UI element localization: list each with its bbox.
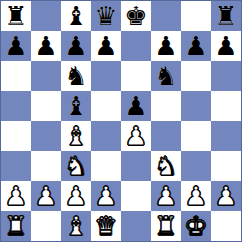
square-a5[interactable] xyxy=(1,91,31,121)
piece-black-pawn[interactable]: ♟ xyxy=(34,31,57,61)
chess-board: ♜♝♛♚♜♟♟♟♟♟♟♟♞♞♝♟♝♟♞♞♟♟♟♟♟♟♟♜♝♛♜♚ xyxy=(0,0,242,242)
square-e4[interactable]: ♟ xyxy=(121,121,151,151)
square-g1[interactable]: ♚ xyxy=(181,211,211,241)
square-d3[interactable] xyxy=(91,151,121,181)
square-h4[interactable] xyxy=(211,121,241,151)
square-g3[interactable] xyxy=(181,151,211,181)
square-d2[interactable]: ♟ xyxy=(91,181,121,211)
piece-white-pawn[interactable]: ♟ xyxy=(154,181,177,211)
piece-black-rook[interactable]: ♜ xyxy=(4,1,27,31)
square-a6[interactable] xyxy=(1,61,31,91)
square-e2[interactable] xyxy=(121,181,151,211)
square-g2[interactable]: ♟ xyxy=(181,181,211,211)
square-d4[interactable] xyxy=(91,121,121,151)
piece-white-queen[interactable]: ♛ xyxy=(94,211,117,241)
piece-white-rook[interactable]: ♜ xyxy=(154,211,177,241)
piece-black-rook[interactable]: ♜ xyxy=(214,1,237,31)
square-b4[interactable] xyxy=(31,121,61,151)
square-d6[interactable] xyxy=(91,61,121,91)
square-d1[interactable]: ♛ xyxy=(91,211,121,241)
square-b7[interactable]: ♟ xyxy=(31,31,61,61)
square-f5[interactable] xyxy=(151,91,181,121)
square-d8[interactable]: ♛ xyxy=(91,1,121,31)
piece-white-rook[interactable]: ♜ xyxy=(4,211,27,241)
square-c6[interactable]: ♞ xyxy=(61,61,91,91)
square-b8[interactable] xyxy=(31,1,61,31)
square-e7[interactable] xyxy=(121,31,151,61)
piece-black-pawn[interactable]: ♟ xyxy=(64,31,87,61)
square-b1[interactable] xyxy=(31,211,61,241)
piece-white-knight[interactable]: ♞ xyxy=(64,151,87,181)
piece-white-bishop[interactable]: ♝ xyxy=(64,121,87,151)
square-c2[interactable]: ♟ xyxy=(61,181,91,211)
piece-white-king[interactable]: ♚ xyxy=(184,211,207,241)
square-f2[interactable]: ♟ xyxy=(151,181,181,211)
piece-black-pawn[interactable]: ♟ xyxy=(214,31,237,61)
piece-black-bishop[interactable]: ♝ xyxy=(64,1,87,31)
square-h6[interactable] xyxy=(211,61,241,91)
piece-white-pawn[interactable]: ♟ xyxy=(4,181,27,211)
square-b2[interactable]: ♟ xyxy=(31,181,61,211)
square-a8[interactable]: ♜ xyxy=(1,1,31,31)
piece-white-pawn[interactable]: ♟ xyxy=(64,181,87,211)
square-a3[interactable] xyxy=(1,151,31,181)
square-a1[interactable]: ♜ xyxy=(1,211,31,241)
square-c4[interactable]: ♝ xyxy=(61,121,91,151)
square-f7[interactable]: ♟ xyxy=(151,31,181,61)
square-h8[interactable]: ♜ xyxy=(211,1,241,31)
square-g7[interactable]: ♟ xyxy=(181,31,211,61)
square-b3[interactable] xyxy=(31,151,61,181)
square-d5[interactable] xyxy=(91,91,121,121)
piece-white-pawn[interactable]: ♟ xyxy=(34,181,57,211)
square-f1[interactable]: ♜ xyxy=(151,211,181,241)
square-a7[interactable]: ♟ xyxy=(1,31,31,61)
square-h7[interactable]: ♟ xyxy=(211,31,241,61)
square-g5[interactable] xyxy=(181,91,211,121)
square-c5[interactable]: ♝ xyxy=(61,91,91,121)
piece-white-pawn[interactable]: ♟ xyxy=(184,181,207,211)
square-c8[interactable]: ♝ xyxy=(61,1,91,31)
piece-black-king[interactable]: ♚ xyxy=(124,1,147,31)
square-e6[interactable] xyxy=(121,61,151,91)
square-g8[interactable] xyxy=(181,1,211,31)
square-g4[interactable] xyxy=(181,121,211,151)
piece-white-pawn[interactable]: ♟ xyxy=(214,181,237,211)
square-e3[interactable] xyxy=(121,151,151,181)
piece-black-pawn[interactable]: ♟ xyxy=(184,31,207,61)
piece-black-pawn[interactable]: ♟ xyxy=(154,31,177,61)
square-c7[interactable]: ♟ xyxy=(61,31,91,61)
square-e5[interactable]: ♟ xyxy=(121,91,151,121)
square-b5[interactable] xyxy=(31,91,61,121)
piece-white-pawn[interactable]: ♟ xyxy=(124,121,147,151)
square-f6[interactable]: ♞ xyxy=(151,61,181,91)
square-e1[interactable] xyxy=(121,211,151,241)
piece-white-pawn[interactable]: ♟ xyxy=(94,181,117,211)
square-f4[interactable] xyxy=(151,121,181,151)
square-h1[interactable] xyxy=(211,211,241,241)
square-d7[interactable]: ♟ xyxy=(91,31,121,61)
piece-white-knight[interactable]: ♞ xyxy=(154,151,177,181)
square-h3[interactable] xyxy=(211,151,241,181)
square-e8[interactable]: ♚ xyxy=(121,1,151,31)
piece-black-pawn[interactable]: ♟ xyxy=(94,31,117,61)
square-h2[interactable]: ♟ xyxy=(211,181,241,211)
square-g6[interactable] xyxy=(181,61,211,91)
chess-board-container: ♜♝♛♚♜♟♟♟♟♟♟♟♞♞♝♟♝♟♞♞♟♟♟♟♟♟♟♜♝♛♜♚ xyxy=(0,0,242,242)
square-c3[interactable]: ♞ xyxy=(61,151,91,181)
square-f3[interactable]: ♞ xyxy=(151,151,181,181)
square-a4[interactable] xyxy=(1,121,31,151)
square-a2[interactable]: ♟ xyxy=(1,181,31,211)
square-h5[interactable] xyxy=(211,91,241,121)
piece-black-knight[interactable]: ♞ xyxy=(154,61,177,91)
piece-black-bishop[interactable]: ♝ xyxy=(64,91,87,121)
square-f8[interactable] xyxy=(151,1,181,31)
square-c1[interactable]: ♝ xyxy=(61,211,91,241)
piece-white-bishop[interactable]: ♝ xyxy=(64,211,87,241)
piece-black-pawn[interactable]: ♟ xyxy=(4,31,27,61)
piece-black-pawn[interactable]: ♟ xyxy=(124,91,147,121)
piece-black-queen[interactable]: ♛ xyxy=(94,1,117,31)
square-b6[interactable] xyxy=(31,61,61,91)
piece-black-knight[interactable]: ♞ xyxy=(64,61,87,91)
